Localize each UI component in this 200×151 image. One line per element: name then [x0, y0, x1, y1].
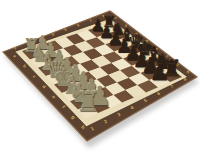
chess-set-photo: abcdefgh1234567812345678abcdefgh ♜♟♞♟♝♟♛…	[0, 0, 200, 151]
piece-white-rook[interactable]: ♜	[76, 88, 100, 115]
piece-black-pawn[interactable]: ♟	[149, 61, 170, 84]
